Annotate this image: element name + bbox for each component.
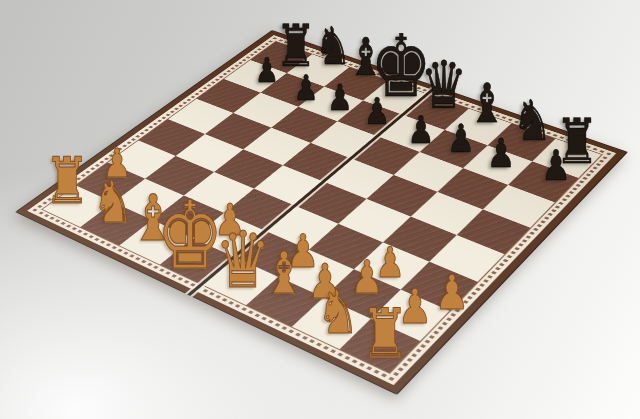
photo-stage: ♞♜♝♟♚♟♛♟♝♟♞♟♟♜♟♟♟♜♞♟♝♟♚♟♛♝♟♟♟♟♞♜ [0,0,640,419]
piece-white-bishop: ♝ [263,244,305,302]
piece-black-knight: ♞ [314,20,351,72]
piece-black-rook: ♜ [275,17,317,75]
piece-black-pawn: ♟ [487,133,516,173]
piece-black-pawn: ♟ [293,71,318,106]
piece-white-king: ♚ [156,189,223,283]
piece-white-knight: ♞ [316,282,359,342]
piece-black-pawn: ♟ [327,80,353,116]
piece-white-rook: ♜ [44,149,90,213]
piece-black-pawn: ♟ [255,53,279,87]
piece-black-pawn: ♟ [407,111,434,149]
piece-black-pawn: ♟ [447,119,475,158]
piece-white-rook: ♜ [361,300,410,368]
piece-black-pawn: ♟ [364,93,391,130]
piece-white-knight: ♞ [92,173,134,231]
piece-black-pawn: ♟ [541,145,571,187]
piece-white-pawn: ♟ [435,268,469,316]
pieces-layer: ♞♜♝♟♚♟♛♟♝♟♞♟♟♜♟♟♟♜♞♟♝♟♚♟♛♝♟♟♟♟♞♜ [0,0,640,419]
